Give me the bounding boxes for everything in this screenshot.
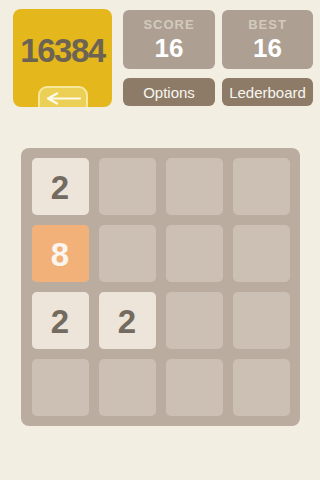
board-cell <box>233 359 290 416</box>
board-cell: 2 <box>32 158 89 215</box>
best-value: 16 <box>253 32 282 69</box>
max-tile-card: 16384 <box>13 9 112 107</box>
board-cell <box>166 158 223 215</box>
left-arrow-icon <box>44 92 82 105</box>
board-cell: 8 <box>32 225 89 282</box>
board-grid[interactable]: 2822 <box>21 148 300 426</box>
board-cell: 2 <box>99 292 156 349</box>
options-button[interactable]: Options <box>123 78 215 106</box>
undo-button[interactable] <box>38 86 88 107</box>
board-cell: 2 <box>32 292 89 349</box>
tile-2: 2 <box>32 158 89 215</box>
score-value: 16 <box>155 32 184 69</box>
app-root: 16384 SCORE 16 BEST 16 Options Lederboar… <box>0 0 320 480</box>
best-box: BEST 16 <box>222 10 313 69</box>
board-cell <box>166 225 223 282</box>
board-cell <box>166 292 223 349</box>
best-label: BEST <box>248 17 287 32</box>
board-cell <box>233 292 290 349</box>
board-cell <box>233 225 290 282</box>
score-box: SCORE 16 <box>123 10 215 69</box>
tile-8: 8 <box>32 225 89 282</box>
board-cell <box>99 158 156 215</box>
board-cell <box>166 359 223 416</box>
tile-2: 2 <box>99 292 156 349</box>
board-cell <box>99 225 156 282</box>
leaderboard-button[interactable]: Lederboard <box>222 78 313 106</box>
score-label: SCORE <box>143 17 194 32</box>
board-cell <box>99 359 156 416</box>
tile-2: 2 <box>32 292 89 349</box>
board-cell <box>32 359 89 416</box>
board-cell <box>233 158 290 215</box>
